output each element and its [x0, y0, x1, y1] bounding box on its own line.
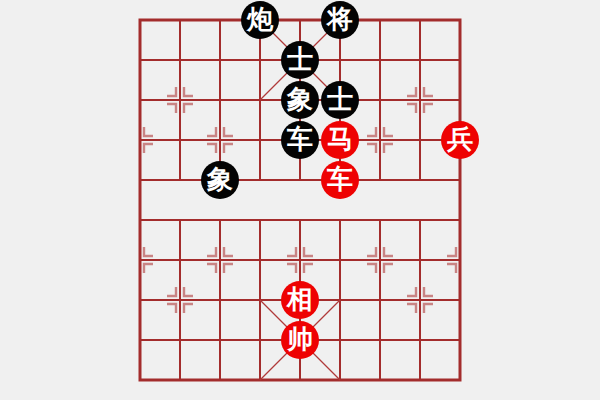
piece-glyph: 将 [327, 6, 353, 32]
piece-black-cannon[interactable]: 炮 [241, 1, 279, 39]
piece-glyph: 士 [327, 86, 353, 112]
piece-glyph: 炮 [247, 6, 273, 32]
piece-glyph: 士 [287, 46, 313, 72]
piece-red-elephant[interactable]: 相 [281, 281, 319, 319]
xiangqi-board: 炮将士象士车马兵象车相帅 [120, 0, 480, 400]
piece-black-general[interactable]: 将 [321, 1, 359, 39]
piece-glyph: 帅 [287, 326, 313, 352]
piece-red-horse[interactable]: 马 [321, 121, 359, 159]
piece-red-general[interactable]: 帅 [281, 321, 319, 359]
piece-red-chariot[interactable]: 车 [321, 161, 359, 199]
piece-black-advisor[interactable]: 士 [281, 41, 319, 79]
piece-red-soldier[interactable]: 兵 [441, 121, 479, 159]
piece-glyph: 马 [327, 126, 353, 152]
piece-black-chariot[interactable]: 车 [281, 121, 319, 159]
xiangqi-screenshot: 炮将士象士车马兵象车相帅 [0, 0, 600, 400]
piece-glyph: 车 [287, 126, 313, 152]
piece-glyph: 象 [207, 166, 233, 192]
piece-black-advisor[interactable]: 士 [321, 81, 359, 119]
piece-black-elephant[interactable]: 象 [281, 81, 319, 119]
piece-glyph: 车 [327, 166, 353, 192]
piece-glyph: 象 [287, 86, 313, 112]
piece-glyph: 兵 [447, 126, 473, 152]
piece-glyph: 相 [287, 286, 313, 312]
board-grid[interactable]: 炮将士象士车马兵象车相帅 [120, 0, 480, 400]
piece-black-elephant[interactable]: 象 [201, 161, 239, 199]
